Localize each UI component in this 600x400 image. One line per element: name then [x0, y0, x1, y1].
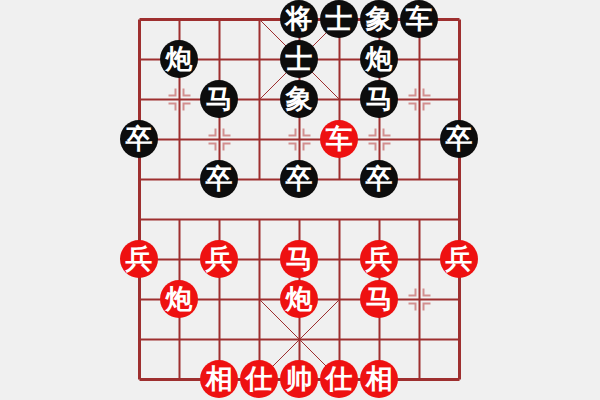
black-general[interactable]: 将	[280, 0, 318, 38]
black-horse[interactable]: 马	[360, 80, 398, 118]
app-canvas: 将士象车炮士炮马象马卒卒卒卒卒车兵兵马兵兵炮炮马相仕帅仕相	[0, 0, 600, 400]
red-soldier[interactable]: 兵	[200, 240, 238, 278]
red-general[interactable]: 帅	[280, 360, 318, 398]
red-advisor[interactable]: 仕	[240, 360, 278, 398]
black-cannon[interactable]: 炮	[160, 40, 198, 78]
black-horse[interactable]: 马	[200, 80, 238, 118]
black-soldier[interactable]: 卒	[360, 160, 398, 198]
red-elephant[interactable]: 相	[360, 360, 398, 398]
red-soldier[interactable]: 兵	[120, 240, 158, 278]
black-advisor[interactable]: 士	[280, 40, 318, 78]
black-soldier[interactable]: 卒	[120, 120, 158, 158]
red-cannon[interactable]: 炮	[160, 280, 198, 318]
black-soldier[interactable]: 卒	[440, 120, 478, 158]
xiangqi-board[interactable]: 将士象车炮士炮马象马卒卒卒卒卒车兵兵马兵兵炮炮马相仕帅仕相	[119, 0, 479, 399]
black-cannon[interactable]: 炮	[360, 40, 398, 78]
black-soldier[interactable]: 卒	[280, 160, 318, 198]
red-soldier[interactable]: 兵	[360, 240, 398, 278]
black-advisor[interactable]: 士	[320, 0, 358, 38]
black-elephant[interactable]: 象	[280, 80, 318, 118]
red-advisor[interactable]: 仕	[320, 360, 358, 398]
red-cannon[interactable]: 炮	[280, 280, 318, 318]
red-horse[interactable]: 马	[280, 240, 318, 278]
red-elephant[interactable]: 相	[200, 360, 238, 398]
red-chariot[interactable]: 车	[320, 120, 358, 158]
black-chariot[interactable]: 车	[400, 0, 438, 38]
black-elephant[interactable]: 象	[360, 0, 398, 38]
black-soldier[interactable]: 卒	[200, 160, 238, 198]
red-horse[interactable]: 马	[360, 280, 398, 318]
red-soldier[interactable]: 兵	[440, 240, 478, 278]
